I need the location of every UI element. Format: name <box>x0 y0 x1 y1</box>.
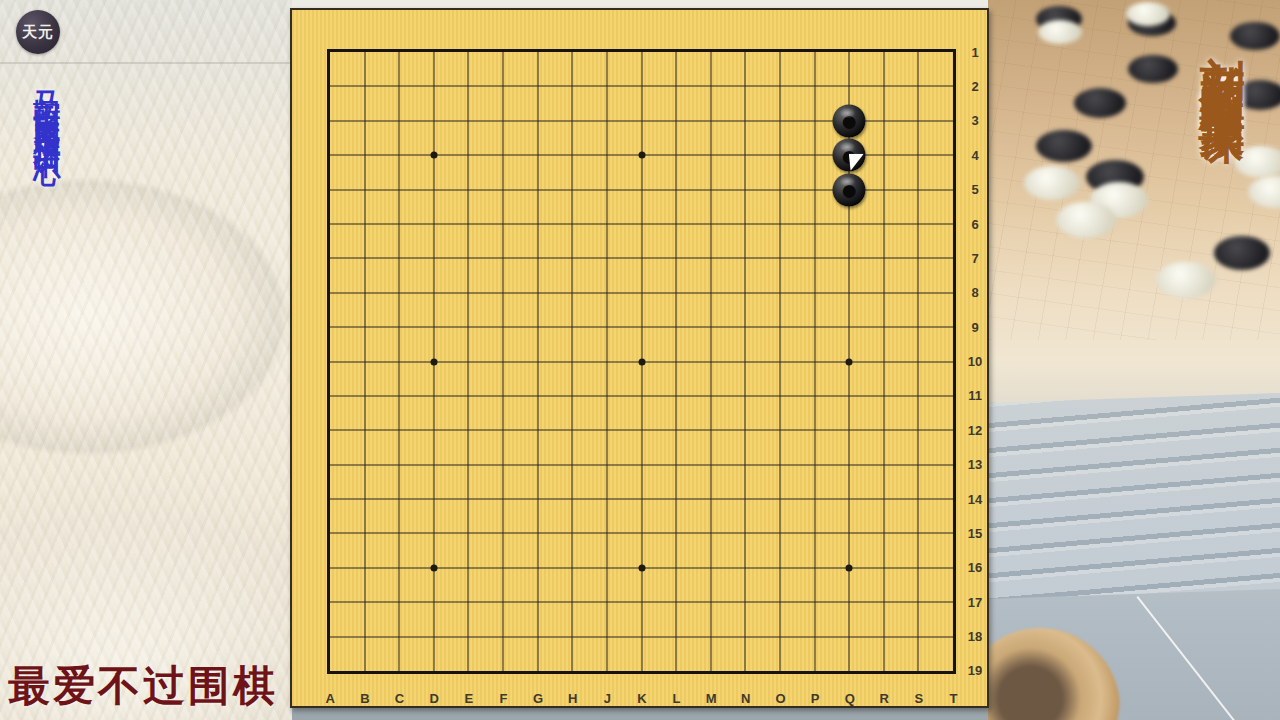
grid-line-vertical <box>883 52 884 671</box>
grid-line-vertical <box>814 52 815 671</box>
row-label-7: 7 <box>961 241 989 275</box>
background-stone <box>1128 55 1178 83</box>
row-label-13: 13 <box>961 448 989 482</box>
go-grid: ●●● <box>330 52 953 671</box>
grid-line-vertical <box>745 52 746 671</box>
grid-line-vertical <box>710 52 711 671</box>
star-point-Q16 <box>846 564 853 571</box>
row-label-1: 1 <box>961 35 989 69</box>
col-label-F: F <box>486 691 521 707</box>
grid-line-horizontal <box>330 533 953 534</box>
row-label-18: 18 <box>961 619 989 653</box>
stone-bowl <box>988 628 1120 720</box>
table-edge-line <box>1136 596 1280 720</box>
col-label-G: G <box>521 691 556 707</box>
col-label-N: N <box>729 691 764 707</box>
col-label-P: P <box>798 691 833 707</box>
row-label-14: 14 <box>961 482 989 516</box>
grid-line-horizontal <box>330 636 953 637</box>
row-label-17: 17 <box>961 585 989 619</box>
star-point-D16 <box>430 564 437 571</box>
star-point-D10 <box>430 358 437 365</box>
stone-glyph: ● <box>840 106 858 136</box>
column-labels: ABCDEFGHJKLMNOPQRST <box>313 691 971 707</box>
grid-line-vertical <box>676 52 677 671</box>
background-stone <box>1024 166 1080 200</box>
row-labels: 12345678910111213141516171819 <box>961 35 989 688</box>
row-label-9: 9 <box>961 310 989 344</box>
grid-line-vertical <box>779 52 780 671</box>
row-label-4: 4 <box>961 138 989 172</box>
col-label-K: K <box>625 691 660 707</box>
background-stone <box>1126 2 1170 26</box>
background-stone <box>1074 88 1126 118</box>
star-point-K16 <box>638 564 645 571</box>
background-stone <box>1036 130 1092 162</box>
col-label-J: J <box>590 691 625 707</box>
star-point-D4 <box>430 152 437 159</box>
row-label-11: 11 <box>961 379 989 413</box>
grid-line-horizontal <box>330 602 953 603</box>
star-point-Q10 <box>846 358 853 365</box>
background-stone <box>1056 202 1116 238</box>
stone-black-Q3: ● <box>833 104 866 137</box>
col-label-H: H <box>555 691 590 707</box>
stone-black-Q5: ● <box>833 173 866 206</box>
grid-line-horizontal <box>330 430 953 431</box>
row-label-16: 16 <box>961 551 989 585</box>
grid-line-horizontal <box>330 464 953 465</box>
row-label-15: 15 <box>961 516 989 550</box>
col-label-R: R <box>867 691 902 707</box>
grid-line-horizontal <box>330 395 953 396</box>
background-stone <box>1038 20 1082 44</box>
row-label-6: 6 <box>961 207 989 241</box>
star-point-K4 <box>638 152 645 159</box>
col-label-B: B <box>348 691 383 707</box>
col-label-A: A <box>313 691 348 707</box>
row-label-10: 10 <box>961 344 989 378</box>
right-banner-text: 刘老师的围棋启蒙课 <box>1192 18 1254 538</box>
go-board: ●●● ABCDEFGHJKLMNOPQRST 1234567891011121… <box>290 8 989 708</box>
col-label-Q: Q <box>832 691 867 707</box>
bottom-caption: 最爱不过围棋 <box>8 658 288 714</box>
row-label-2: 2 <box>961 69 989 103</box>
row-label-19: 19 <box>961 654 989 688</box>
star-point-K10 <box>638 358 645 365</box>
col-label-T: T <box>936 691 971 707</box>
col-label-E: E <box>452 691 487 707</box>
grid-line-horizontal <box>330 499 953 500</box>
grid-line-vertical <box>918 52 919 671</box>
video-frame: 天元 马鞍山市天元围棋培训中心 刘老师的围棋启蒙课 最爱不过围棋 ●●● ABC… <box>0 0 1280 720</box>
go-grid-frame: ●●● <box>327 49 956 674</box>
left-banner-text: 马鞍山市天元围棋培训中心 <box>29 70 65 490</box>
col-label-L: L <box>659 691 694 707</box>
col-label-S: S <box>902 691 937 707</box>
col-label-O: O <box>763 691 798 707</box>
tianyuan-logo: 天元 <box>16 10 60 54</box>
row-label-3: 3 <box>961 104 989 138</box>
col-label-D: D <box>417 691 452 707</box>
row-label-5: 5 <box>961 173 989 207</box>
col-label-C: C <box>382 691 417 707</box>
stone-black-Q4: ● <box>833 139 866 172</box>
row-label-12: 12 <box>961 413 989 447</box>
col-label-M: M <box>694 691 729 707</box>
row-label-8: 8 <box>961 276 989 310</box>
shelf-edge <box>0 62 292 64</box>
stone-glyph: ● <box>840 175 858 205</box>
